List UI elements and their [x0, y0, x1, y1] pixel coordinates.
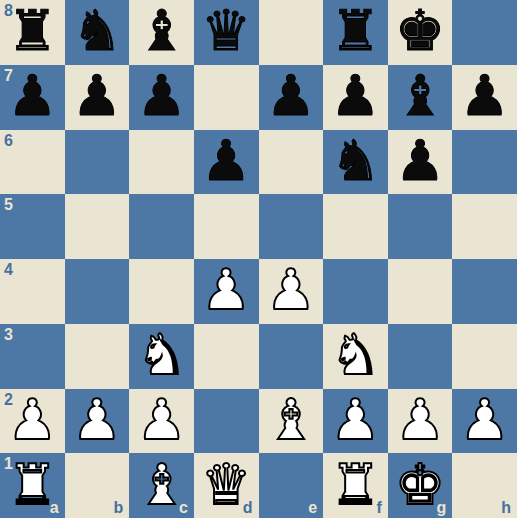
white-pawn-icon[interactable]: ♟	[266, 259, 316, 322]
white-bishop-icon[interactable]: ♝	[136, 453, 186, 516]
square-d7[interactable]	[194, 65, 259, 130]
square-e1[interactable]: e	[259, 453, 324, 518]
file-label-e: e	[308, 500, 317, 516]
square-a3[interactable]: 3	[0, 324, 65, 389]
white-pawn-icon[interactable]: ♟	[72, 389, 122, 452]
square-c4[interactable]	[129, 259, 194, 324]
black-pawn-icon[interactable]: ♟	[460, 65, 510, 128]
square-d5[interactable]	[194, 194, 259, 259]
square-a1[interactable]: 1a♜	[0, 453, 65, 518]
square-b7[interactable]: ♟	[65, 65, 130, 130]
white-pawn-icon[interactable]: ♟	[460, 389, 510, 452]
file-label-b: b	[113, 500, 123, 516]
black-bishop-icon[interactable]: ♝	[395, 65, 445, 128]
black-pawn-icon[interactable]: ♟	[330, 65, 380, 128]
square-a2[interactable]: 2♟	[0, 389, 65, 454]
white-rook-icon[interactable]: ♜	[7, 453, 57, 516]
square-f3[interactable]: ♞	[323, 324, 388, 389]
square-f4[interactable]	[323, 259, 388, 324]
square-c1[interactable]: c♝	[129, 453, 194, 518]
square-a4[interactable]: 4	[0, 259, 65, 324]
black-pawn-icon[interactable]: ♟	[266, 65, 316, 128]
square-c7[interactable]: ♟	[129, 65, 194, 130]
square-b8[interactable]: ♞	[65, 0, 130, 65]
square-e4[interactable]: ♟	[259, 259, 324, 324]
square-g8[interactable]: ♚	[388, 0, 453, 65]
white-knight-icon[interactable]: ♞	[330, 324, 380, 387]
white-bishop-icon[interactable]: ♝	[266, 389, 316, 452]
square-c5[interactable]	[129, 194, 194, 259]
square-f6[interactable]: ♞	[323, 130, 388, 195]
square-h1[interactable]: h	[452, 453, 517, 518]
square-f5[interactable]	[323, 194, 388, 259]
black-pawn-icon[interactable]: ♟	[136, 65, 186, 128]
square-b1[interactable]: b	[65, 453, 130, 518]
white-pawn-icon[interactable]: ♟	[136, 389, 186, 452]
square-g4[interactable]	[388, 259, 453, 324]
square-d3[interactable]	[194, 324, 259, 389]
square-c6[interactable]	[129, 130, 194, 195]
square-d1[interactable]: d♛	[194, 453, 259, 518]
square-g6[interactable]: ♟	[388, 130, 453, 195]
square-d8[interactable]: ♛	[194, 0, 259, 65]
square-e5[interactable]	[259, 194, 324, 259]
white-rook-icon[interactable]: ♜	[330, 453, 380, 516]
black-pawn-icon[interactable]: ♟	[72, 65, 122, 128]
square-f8[interactable]: ♜	[323, 0, 388, 65]
square-a5[interactable]: 5	[0, 194, 65, 259]
square-b6[interactable]	[65, 130, 130, 195]
square-f7[interactable]: ♟	[323, 65, 388, 130]
square-c2[interactable]: ♟	[129, 389, 194, 454]
black-rook-icon[interactable]: ♜	[330, 0, 380, 63]
rank-label-6: 6	[4, 133, 13, 149]
rank-label-5: 5	[4, 197, 13, 213]
square-e7[interactable]: ♟	[259, 65, 324, 130]
square-c8[interactable]: ♝	[129, 0, 194, 65]
square-b4[interactable]	[65, 259, 130, 324]
square-h3[interactable]	[452, 324, 517, 389]
black-king-icon[interactable]: ♚	[395, 0, 445, 63]
rank-label-3: 3	[4, 327, 13, 343]
square-g5[interactable]	[388, 194, 453, 259]
square-h7[interactable]: ♟	[452, 65, 517, 130]
square-d2[interactable]	[194, 389, 259, 454]
square-g3[interactable]	[388, 324, 453, 389]
square-e6[interactable]	[259, 130, 324, 195]
square-f2[interactable]: ♟	[323, 389, 388, 454]
square-b2[interactable]: ♟	[65, 389, 130, 454]
square-d6[interactable]: ♟	[194, 130, 259, 195]
chess-board: 8♜♞♝♛♜♚7♟♟♟♟♟♝♟6♟♞♟54♟♟3♞♞2♟♟♟♝♟♟♟1a♜bc♝…	[0, 0, 517, 518]
square-b5[interactable]	[65, 194, 130, 259]
white-pawn-icon[interactable]: ♟	[201, 259, 251, 322]
black-knight-icon[interactable]: ♞	[72, 0, 122, 63]
square-a6[interactable]: 6	[0, 130, 65, 195]
square-h5[interactable]	[452, 194, 517, 259]
black-pawn-icon[interactable]: ♟	[7, 65, 57, 128]
square-h6[interactable]	[452, 130, 517, 195]
black-queen-icon[interactable]: ♛	[201, 0, 251, 63]
square-g2[interactable]: ♟	[388, 389, 453, 454]
white-pawn-icon[interactable]: ♟	[330, 389, 380, 452]
square-h2[interactable]: ♟	[452, 389, 517, 454]
square-f1[interactable]: f♜	[323, 453, 388, 518]
square-a7[interactable]: 7♟	[0, 65, 65, 130]
square-h4[interactable]	[452, 259, 517, 324]
square-e2[interactable]: ♝	[259, 389, 324, 454]
square-c3[interactable]: ♞	[129, 324, 194, 389]
square-g1[interactable]: g♚	[388, 453, 453, 518]
white-pawn-icon[interactable]: ♟	[395, 389, 445, 452]
square-g7[interactable]: ♝	[388, 65, 453, 130]
white-knight-icon[interactable]: ♞	[136, 324, 186, 387]
square-a8[interactable]: 8♜	[0, 0, 65, 65]
black-bishop-icon[interactable]: ♝	[136, 0, 186, 63]
square-h8[interactable]	[452, 0, 517, 65]
white-queen-icon[interactable]: ♛	[201, 453, 251, 516]
black-rook-icon[interactable]: ♜	[7, 0, 57, 63]
file-label-h: h	[501, 500, 511, 516]
black-pawn-icon[interactable]: ♟	[201, 130, 251, 193]
white-pawn-icon[interactable]: ♟	[7, 389, 57, 452]
black-knight-icon[interactable]: ♞	[330, 130, 380, 193]
square-e8[interactable]	[259, 0, 324, 65]
rank-label-4: 4	[4, 262, 13, 278]
square-b3[interactable]	[65, 324, 130, 389]
white-king-icon[interactable]: ♚	[395, 453, 445, 516]
black-pawn-icon[interactable]: ♟	[395, 130, 445, 193]
square-d4[interactable]: ♟	[194, 259, 259, 324]
square-e3[interactable]	[259, 324, 324, 389]
